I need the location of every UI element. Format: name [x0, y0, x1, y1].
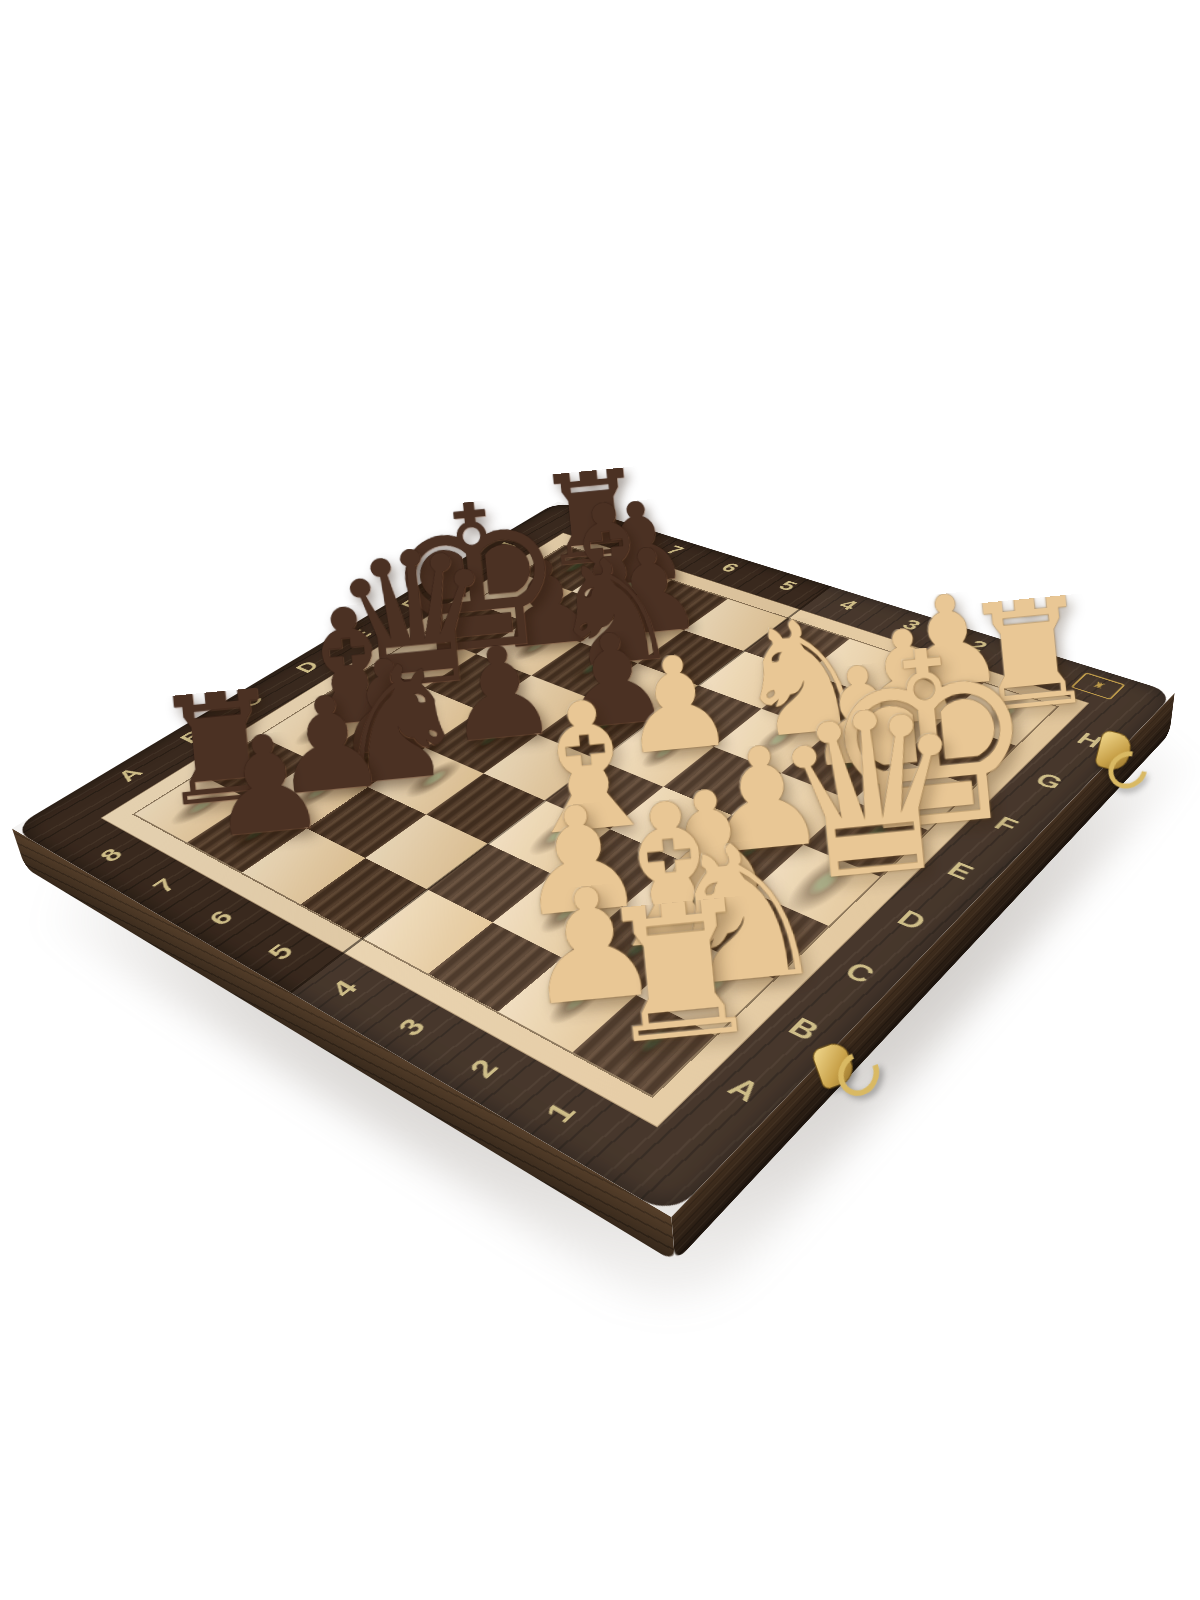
photo-of-folding-chess-set: ♜♝♛♚♜♟♟♟♟♝♟♞♟♞♟♟♝♟♟♞♟♝♟♟♟♟♟♜♞♛♚♜ ABCDEFG…	[0, 0, 1200, 1600]
board-scene: ♜♝♛♚♜♟♟♟♟♝♟♞♟♞♟♟♝♟♟♞♟♝♟♟♟♟♟♜♞♛♚♜ ABCDEFG…	[0, 0, 1200, 1600]
board-tilt: ♜♝♛♚♜♟♟♟♟♝♟♞♟♞♟♟♝♟♟♞♟♝♟♟♟♟♟♜♞♛♚♜ ABCDEFG…	[0, 0, 1200, 1600]
chess-board: ♜♝♛♚♜♟♟♟♟♝♟♞♟♞♟♟♝♟♟♞♟♝♟♟♟♟♟♜♞♛♚♜ ABCDEFG…	[12, 501, 1175, 1217]
